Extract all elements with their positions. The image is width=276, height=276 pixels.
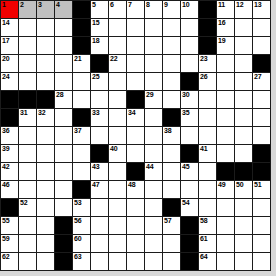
cell[interactable] — [253, 109, 271, 127]
cell[interactable] — [199, 91, 217, 109]
cell[interactable] — [181, 181, 199, 199]
cell[interactable]: 58 — [199, 217, 217, 235]
clue-number: 48 — [128, 181, 135, 189]
clue-number: 33 — [92, 109, 99, 117]
cell[interactable] — [55, 109, 73, 127]
cell[interactable] — [145, 55, 163, 73]
cell[interactable] — [19, 127, 37, 145]
cell[interactable] — [37, 127, 55, 145]
cell[interactable]: 9 — [163, 1, 181, 19]
clue-number: 27 — [254, 73, 261, 81]
black-cell — [1, 91, 19, 109]
clue-number: 22 — [110, 55, 117, 63]
clue-number: 54 — [182, 199, 189, 207]
cell[interactable] — [19, 55, 37, 73]
clue-number: 57 — [164, 217, 171, 225]
cell[interactable] — [145, 109, 163, 127]
cell[interactable] — [19, 19, 37, 37]
cell[interactable]: 41 — [199, 145, 217, 163]
cell[interactable] — [235, 235, 253, 253]
cell[interactable]: 37 — [73, 127, 91, 145]
cell[interactable] — [217, 109, 235, 127]
cell[interactable] — [163, 181, 181, 199]
cell[interactable] — [55, 55, 73, 73]
cell[interactable] — [217, 73, 235, 91]
cell[interactable] — [37, 163, 55, 181]
clue-number: 45 — [182, 163, 189, 171]
cell[interactable] — [163, 19, 181, 37]
clue-number: 52 — [20, 199, 27, 207]
cell[interactable] — [217, 127, 235, 145]
clue-number: 34 — [128, 109, 135, 117]
cell[interactable] — [91, 91, 109, 109]
cell[interactable] — [37, 19, 55, 37]
cell[interactable] — [91, 199, 109, 217]
black-cell — [253, 163, 271, 181]
clue-number: 53 — [74, 199, 81, 207]
cell[interactable] — [127, 145, 145, 163]
clue-number: 37 — [74, 127, 81, 135]
cell[interactable]: 21 — [73, 55, 91, 73]
cell[interactable]: 18 — [91, 37, 109, 55]
cell[interactable] — [235, 37, 253, 55]
cell[interactable] — [253, 127, 271, 145]
cell[interactable] — [109, 235, 127, 253]
cell[interactable] — [91, 235, 109, 253]
clue-number: 60 — [74, 235, 81, 243]
cell[interactable]: 8 — [145, 1, 163, 19]
cell[interactable]: 12 — [235, 1, 253, 19]
cell[interactable] — [217, 217, 235, 235]
cell[interactable] — [19, 217, 37, 235]
cell[interactable] — [163, 235, 181, 253]
clue-number: 8 — [146, 1, 150, 9]
cell[interactable] — [235, 19, 253, 37]
cell[interactable] — [145, 73, 163, 91]
cell[interactable] — [37, 199, 55, 217]
cell[interactable] — [145, 253, 163, 271]
clue-number: 49 — [218, 181, 225, 189]
cell[interactable]: 26 — [199, 73, 217, 91]
cell[interactable] — [55, 19, 73, 37]
black-cell — [235, 163, 253, 181]
black-cell — [253, 145, 271, 163]
cell[interactable]: 63 — [73, 253, 91, 271]
cell[interactable] — [163, 163, 181, 181]
black-cell — [55, 253, 73, 271]
clue-number: 15 — [92, 19, 99, 27]
cell[interactable]: 11 — [217, 1, 235, 19]
cell[interactable] — [181, 55, 199, 73]
black-cell — [127, 163, 145, 181]
cell[interactable]: 13 — [253, 1, 271, 19]
cell[interactable] — [37, 181, 55, 199]
cell[interactable] — [253, 91, 271, 109]
cell[interactable] — [217, 235, 235, 253]
cell[interactable] — [163, 55, 181, 73]
cell[interactable]: 42 — [1, 163, 19, 181]
cell[interactable] — [127, 235, 145, 253]
cell[interactable] — [55, 199, 73, 217]
clue-number: 32 — [38, 109, 45, 117]
cell[interactable] — [253, 217, 271, 235]
clue-number: 29 — [146, 91, 153, 99]
crossword-grid: 1234567891011121314151617181920212223242… — [0, 0, 271, 271]
clue-number: 46 — [2, 181, 9, 189]
cell[interactable]: 52 — [19, 199, 37, 217]
cell[interactable] — [217, 91, 235, 109]
cell[interactable]: 64 — [199, 253, 217, 271]
clue-number: 13 — [254, 1, 261, 9]
cell[interactable] — [37, 37, 55, 55]
clue-number: 20 — [2, 55, 9, 63]
cell[interactable]: 22 — [109, 55, 127, 73]
cell[interactable] — [199, 199, 217, 217]
cell[interactable] — [235, 55, 253, 73]
cell[interactable]: 27 — [253, 73, 271, 91]
clue-number: 7 — [128, 1, 132, 9]
cell[interactable] — [163, 253, 181, 271]
clue-number: 11 — [218, 1, 225, 9]
clue-number: 9 — [164, 1, 168, 9]
cell[interactable] — [37, 217, 55, 235]
black-cell — [73, 37, 91, 55]
clue-number: 40 — [110, 145, 117, 153]
cell[interactable] — [109, 37, 127, 55]
cell[interactable] — [163, 73, 181, 91]
cell[interactable] — [37, 55, 55, 73]
cell[interactable]: 57 — [163, 217, 181, 235]
cell[interactable] — [235, 109, 253, 127]
cell[interactable]: 54 — [181, 199, 199, 217]
cell[interactable]: 6 — [109, 1, 127, 19]
cell[interactable]: 44 — [145, 163, 163, 181]
cell[interactable]: 20 — [1, 55, 19, 73]
cell[interactable] — [235, 199, 253, 217]
cell[interactable] — [109, 127, 127, 145]
black-cell — [217, 163, 235, 181]
clue-number: 17 — [2, 37, 9, 45]
cell[interactable]: 19 — [217, 37, 235, 55]
clue-number: 4 — [56, 1, 60, 9]
black-cell — [37, 91, 55, 109]
clue-number: 28 — [56, 91, 63, 99]
clue-number: 18 — [92, 37, 99, 45]
cell[interactable]: 46 — [1, 181, 19, 199]
clue-number: 25 — [92, 73, 99, 81]
clue-number: 1 — [2, 1, 6, 9]
cell[interactable] — [109, 253, 127, 271]
cell[interactable]: 10 — [181, 1, 199, 19]
cell[interactable] — [253, 19, 271, 37]
cell[interactable]: 49 — [217, 181, 235, 199]
cell[interactable]: 28 — [55, 91, 73, 109]
clue-number: 58 — [200, 217, 207, 225]
highlighted-cell[interactable]: 2 — [19, 1, 37, 19]
clue-number: 23 — [200, 55, 207, 63]
highlighted-cell[interactable]: 3 — [37, 1, 55, 19]
cell[interactable] — [235, 73, 253, 91]
cell[interactable] — [19, 163, 37, 181]
black-cell — [199, 37, 217, 55]
black-cell — [181, 217, 199, 235]
cell[interactable] — [127, 37, 145, 55]
cell[interactable] — [235, 217, 253, 235]
cell[interactable] — [109, 73, 127, 91]
cell[interactable] — [109, 181, 127, 199]
clue-number: 62 — [2, 253, 9, 261]
cell[interactable] — [127, 217, 145, 235]
cell[interactable]: 32 — [37, 109, 55, 127]
cell[interactable]: 59 — [1, 235, 19, 253]
cell[interactable] — [235, 145, 253, 163]
clue-number: 6 — [110, 1, 114, 9]
cell[interactable] — [55, 37, 73, 55]
clue-number: 41 — [200, 145, 207, 153]
black-cell — [73, 109, 91, 127]
black-cell — [1, 199, 19, 217]
cell[interactable] — [217, 145, 235, 163]
black-cell — [181, 145, 199, 163]
cell[interactable]: 43 — [91, 163, 109, 181]
cell[interactable]: 60 — [73, 235, 91, 253]
cell[interactable] — [217, 199, 235, 217]
cell[interactable] — [55, 73, 73, 91]
cell[interactable] — [235, 91, 253, 109]
cell[interactable] — [91, 217, 109, 235]
clue-number: 31 — [20, 109, 27, 117]
cell[interactable] — [19, 181, 37, 199]
cell[interactable]: 34 — [127, 109, 145, 127]
cell[interactable] — [19, 253, 37, 271]
cell[interactable] — [217, 253, 235, 271]
cell[interactable] — [235, 253, 253, 271]
cell[interactable] — [55, 145, 73, 163]
clue-number: 21 — [74, 55, 81, 63]
cell[interactable]: 61 — [199, 235, 217, 253]
clue-number: 2 — [20, 1, 24, 9]
cell[interactable]: 53 — [73, 199, 91, 217]
cell[interactable]: 51 — [253, 181, 271, 199]
clue-number: 50 — [236, 181, 243, 189]
cell[interactable]: 62 — [1, 253, 19, 271]
cell[interactable] — [253, 199, 271, 217]
cell[interactable]: 35 — [181, 109, 199, 127]
clue-number: 26 — [200, 73, 207, 81]
black-cell — [91, 145, 109, 163]
clue-number: 5 — [92, 1, 96, 9]
cell[interactable] — [127, 19, 145, 37]
cell[interactable] — [19, 37, 37, 55]
cell[interactable] — [37, 253, 55, 271]
cell[interactable] — [199, 163, 217, 181]
cell[interactable] — [145, 145, 163, 163]
cell[interactable] — [109, 19, 127, 37]
clue-number: 59 — [2, 235, 9, 243]
black-cell — [91, 55, 109, 73]
clue-number: 35 — [182, 109, 189, 117]
clue-number: 12 — [236, 1, 243, 9]
cell[interactable] — [91, 253, 109, 271]
cell[interactable] — [235, 127, 253, 145]
clue-number: 16 — [218, 19, 225, 27]
cell[interactable] — [163, 145, 181, 163]
cell[interactable] — [199, 181, 217, 199]
cell[interactable] — [73, 91, 91, 109]
cell[interactable]: 55 — [1, 217, 19, 235]
clue-number: 64 — [200, 253, 207, 261]
clue-number: 63 — [74, 253, 81, 261]
black-cell — [1, 109, 19, 127]
clue-number: 42 — [2, 163, 9, 171]
cell[interactable] — [19, 73, 37, 91]
cell[interactable] — [91, 127, 109, 145]
black-cell — [55, 235, 73, 253]
cell[interactable]: 36 — [1, 127, 19, 145]
black-cell — [127, 91, 145, 109]
cell[interactable]: 25 — [91, 73, 109, 91]
cell[interactable] — [37, 73, 55, 91]
cell[interactable] — [163, 91, 181, 109]
cell[interactable] — [145, 235, 163, 253]
cell[interactable] — [109, 163, 127, 181]
black-cell — [199, 1, 217, 19]
clue-number: 10 — [182, 1, 189, 9]
clue-number: 51 — [254, 181, 261, 189]
cell[interactable]: 30 — [181, 91, 199, 109]
cell[interactable]: 39 — [1, 145, 19, 163]
black-cell — [181, 253, 199, 271]
cell[interactable] — [55, 163, 73, 181]
cell[interactable] — [199, 109, 217, 127]
cell[interactable] — [19, 235, 37, 253]
cell[interactable]: 15 — [91, 19, 109, 37]
black-cell — [19, 91, 37, 109]
cell[interactable]: 29 — [145, 91, 163, 109]
cell[interactable]: 14 — [1, 19, 19, 37]
clue-number: 19 — [218, 37, 225, 45]
cell[interactable] — [109, 91, 127, 109]
cell[interactable]: 7 — [127, 1, 145, 19]
cell[interactable] — [55, 181, 73, 199]
clue-number: 3 — [38, 1, 42, 9]
cell[interactable] — [109, 199, 127, 217]
cell[interactable] — [145, 181, 163, 199]
cell[interactable]: 5 — [91, 1, 109, 19]
highlighted-cell[interactable]: 4 — [55, 1, 73, 19]
cell[interactable] — [145, 127, 163, 145]
clue-number: 30 — [182, 91, 189, 99]
clue-number: 36 — [2, 127, 9, 135]
cell[interactable] — [109, 109, 127, 127]
cell[interactable] — [127, 199, 145, 217]
clue-number: 61 — [200, 235, 207, 243]
cell[interactable] — [145, 37, 163, 55]
clue-number: 47 — [92, 181, 99, 189]
selected-cell[interactable]: 1 — [1, 1, 19, 19]
cell[interactable]: 31 — [19, 109, 37, 127]
cell[interactable]: 33 — [91, 109, 109, 127]
cell[interactable]: 17 — [1, 37, 19, 55]
cell[interactable] — [199, 127, 217, 145]
clue-number: 44 — [146, 163, 153, 171]
cell[interactable] — [253, 253, 271, 271]
black-cell — [181, 235, 199, 253]
black-cell — [73, 19, 91, 37]
clue-number: 14 — [2, 19, 9, 27]
cell[interactable] — [145, 199, 163, 217]
black-cell — [55, 217, 73, 235]
cell[interactable] — [73, 163, 91, 181]
cell[interactable] — [145, 217, 163, 235]
black-cell — [163, 199, 181, 217]
cell[interactable] — [217, 55, 235, 73]
black-cell — [181, 73, 199, 91]
cell[interactable] — [55, 127, 73, 145]
clue-number: 38 — [164, 127, 171, 135]
cell[interactable] — [181, 127, 199, 145]
cell[interactable]: 40 — [109, 145, 127, 163]
black-cell — [73, 181, 91, 199]
cell[interactable] — [127, 55, 145, 73]
cell[interactable]: 48 — [127, 181, 145, 199]
cell[interactable]: 45 — [181, 163, 199, 181]
cell[interactable] — [181, 19, 199, 37]
clue-number: 43 — [92, 163, 99, 171]
cell[interactable] — [73, 145, 91, 163]
cell[interactable]: 56 — [73, 217, 91, 235]
clue-number: 56 — [74, 217, 81, 225]
cell[interactable] — [73, 73, 91, 91]
cell[interactable]: 47 — [91, 181, 109, 199]
cell[interactable] — [127, 127, 145, 145]
cell[interactable]: 16 — [217, 19, 235, 37]
black-cell — [253, 55, 271, 73]
cell[interactable] — [163, 37, 181, 55]
cell[interactable] — [37, 235, 55, 253]
cell[interactable]: 50 — [235, 181, 253, 199]
clue-number: 24 — [2, 73, 9, 81]
cell[interactable] — [253, 235, 271, 253]
cell[interactable]: 38 — [163, 127, 181, 145]
cell[interactable] — [145, 19, 163, 37]
cell[interactable] — [127, 253, 145, 271]
cell[interactable] — [37, 145, 55, 163]
clue-number: 39 — [2, 145, 9, 153]
black-cell — [199, 19, 217, 37]
cell[interactable] — [181, 37, 199, 55]
cell[interactable] — [253, 37, 271, 55]
cell[interactable] — [109, 217, 127, 235]
cell[interactable]: 24 — [1, 73, 19, 91]
cell[interactable] — [127, 73, 145, 91]
clue-number: 55 — [2, 217, 9, 225]
black-cell — [163, 109, 181, 127]
black-cell — [73, 1, 91, 19]
cell[interactable] — [19, 145, 37, 163]
cell[interactable]: 23 — [199, 55, 217, 73]
